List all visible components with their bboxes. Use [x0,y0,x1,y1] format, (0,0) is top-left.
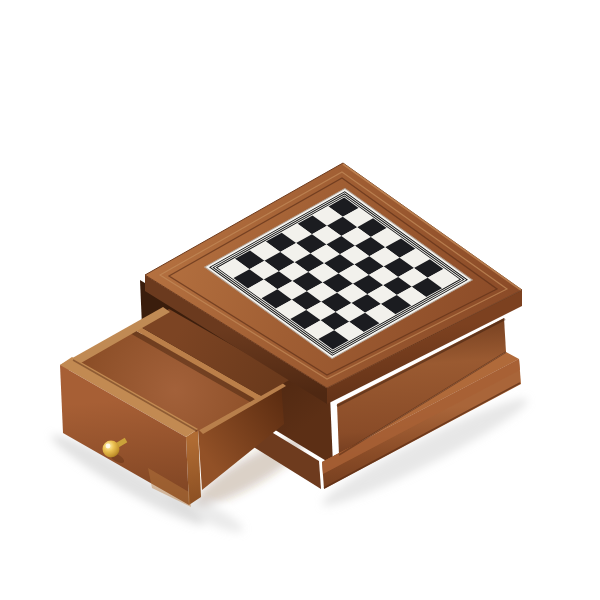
product-photo-stage [0,0,600,600]
knob-highlight [106,444,111,449]
knob-ball [103,441,120,458]
